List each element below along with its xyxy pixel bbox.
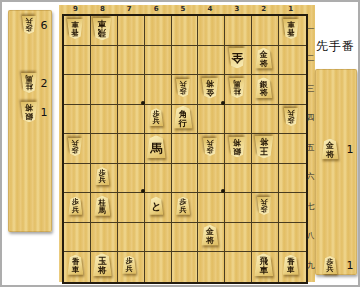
file-label-4: 4	[202, 5, 218, 13]
piece-pawn-5g[interactable]: 歩兵	[176, 197, 191, 215]
piece-promoted-bishop-6e[interactable]: 馬	[146, 135, 166, 158]
hand-count-gote-pawn: 6	[41, 19, 48, 32]
piece-pawn[interactable]: 歩兵	[22, 16, 37, 34]
piece-pawn-8f[interactable]: 歩兵	[95, 167, 110, 185]
square-6f[interactable]	[145, 164, 172, 194]
square-6i[interactable]	[145, 252, 172, 282]
piece-gold[interactable]: 金将	[321, 139, 339, 160]
square-2h[interactable]	[252, 223, 279, 253]
piece-lance-9a[interactable]: 香車	[67, 19, 84, 39]
square-9c[interactable]	[64, 75, 91, 105]
square-1h[interactable]	[279, 223, 306, 253]
square-6h[interactable]	[145, 223, 172, 253]
hand-count-gote-silver: 1	[41, 106, 48, 119]
piece-pawn-1d[interactable]: 歩兵	[283, 108, 298, 126]
rank-label-8: 八	[305, 230, 316, 241]
square-2d[interactable]	[252, 105, 279, 135]
square-3g[interactable]	[225, 193, 252, 223]
piece-rook-8a[interactable]: 飛車	[92, 17, 112, 40]
square-5h[interactable]	[172, 223, 199, 253]
rank-label-9: 九	[305, 259, 316, 270]
square-9h[interactable]	[64, 223, 91, 253]
rank-label-4: 四	[305, 112, 316, 123]
square-9f[interactable]	[64, 164, 91, 194]
piece-lance-9i[interactable]: 香車	[67, 255, 84, 275]
square-8d[interactable]	[91, 105, 118, 135]
piece-king-8i[interactable]: 玉将	[92, 253, 112, 276]
piece-lance-1a[interactable]: 香車	[282, 19, 299, 39]
file-label-7: 7	[121, 5, 137, 13]
piece-king-2e[interactable]: 王将	[254, 135, 274, 158]
square-7e[interactable]	[118, 134, 145, 164]
rank-label-7: 七	[305, 200, 316, 211]
square-8h[interactable]	[91, 223, 118, 253]
piece-promoted-silver-3b[interactable]: 全	[228, 48, 246, 69]
rank-label-3: 三	[305, 82, 316, 93]
piece-pawn[interactable]: 歩兵	[323, 256, 338, 274]
square-8c[interactable]	[91, 75, 118, 105]
rank-label-5: 五	[305, 141, 316, 152]
piece-pawn-9e[interactable]: 歩兵	[68, 138, 83, 156]
square-7h[interactable]	[118, 223, 145, 253]
square-4b[interactable]	[198, 46, 225, 76]
square-3i[interactable]	[225, 252, 252, 282]
file-label-9: 9	[67, 5, 83, 13]
piece-pawn-2g[interactable]: 歩兵	[256, 197, 271, 215]
square-1f[interactable]	[279, 164, 306, 194]
square-1b[interactable]	[279, 46, 306, 76]
piece-rook-2i[interactable]: 飛車	[254, 253, 274, 276]
square-6a[interactable]	[145, 16, 172, 46]
square-7g[interactable]	[118, 193, 145, 223]
square-7b[interactable]	[118, 46, 145, 76]
turn-indicator: 先手番	[316, 38, 355, 55]
square-9b[interactable]	[64, 46, 91, 76]
star-point	[221, 189, 225, 193]
hand-count-sente-gold: 1	[347, 143, 354, 156]
square-4g[interactable]	[198, 193, 225, 223]
square-5a[interactable]	[172, 16, 199, 46]
piece-pawn-5c[interactable]: 歩兵	[176, 79, 191, 97]
square-1e[interactable]	[279, 134, 306, 164]
square-3a[interactable]	[225, 16, 252, 46]
square-4i[interactable]	[198, 252, 225, 282]
square-1c[interactable]	[279, 75, 306, 105]
rank-label-1: 一	[305, 23, 316, 34]
star-point	[141, 189, 145, 193]
square-5f[interactable]	[172, 164, 199, 194]
piece-silver-3e[interactable]: 銀将	[228, 136, 246, 157]
square-8e[interactable]	[91, 134, 118, 164]
square-3h[interactable]	[225, 223, 252, 253]
square-4d[interactable]	[198, 105, 225, 135]
star-point	[141, 101, 145, 105]
piece-knight-3c[interactable]: 桂馬	[228, 78, 245, 98]
piece-gold-4c[interactable]: 金将	[201, 77, 219, 98]
square-1g[interactable]	[279, 193, 306, 223]
square-5i[interactable]	[172, 252, 199, 282]
file-label-8: 8	[94, 5, 110, 13]
piece-pawn-6d[interactable]: 歩兵	[149, 108, 164, 126]
hand-count-sente-pawn: 1	[347, 259, 354, 272]
square-5e[interactable]	[172, 134, 199, 164]
square-2a[interactable]	[252, 16, 279, 46]
file-label-1: 1	[283, 5, 299, 13]
rank-label-6: 六	[305, 171, 316, 182]
square-9d[interactable]	[64, 105, 91, 135]
piece-silver[interactable]: 銀将	[20, 102, 38, 123]
piece-tokin-6g[interactable]: と	[149, 197, 164, 215]
square-6c[interactable]	[145, 75, 172, 105]
piece-pawn-7i[interactable]: 歩兵	[122, 256, 137, 274]
square-2f[interactable]	[252, 164, 279, 194]
piece-silver-2c[interactable]: 銀将	[255, 77, 273, 98]
piece-knight-8g[interactable]: 桂馬	[94, 196, 111, 216]
piece-gold-4h[interactable]: 金将	[201, 225, 219, 246]
square-3f[interactable]	[225, 164, 252, 194]
square-3d[interactable]	[225, 105, 252, 135]
shogi-diagram: 先手番 987654321一二三四五六七八九香車飛車香車全金将歩兵金将桂馬銀将歩…	[0, 0, 360, 287]
hand-count-gote-knight: 2	[41, 77, 48, 90]
piece-knight[interactable]: 桂馬	[21, 73, 38, 93]
piece-lance-1i[interactable]: 香車	[282, 255, 299, 275]
piece-bishop-5d[interactable]: 角行	[173, 106, 193, 129]
rank-label-2: 二	[305, 53, 316, 64]
square-7d[interactable]	[118, 105, 145, 135]
piece-pawn-4e[interactable]: 歩兵	[202, 138, 217, 156]
square-8b[interactable]	[91, 46, 118, 76]
square-4a[interactable]	[198, 16, 225, 46]
file-label-5: 5	[175, 5, 191, 13]
square-5b[interactable]	[172, 46, 199, 76]
file-label-6: 6	[148, 5, 164, 13]
square-6b[interactable]	[145, 46, 172, 76]
file-label-3: 3	[229, 5, 245, 13]
piece-gold-2b[interactable]: 金将	[255, 48, 273, 69]
star-point	[221, 101, 225, 105]
square-7a[interactable]	[118, 16, 145, 46]
file-label-2: 2	[256, 5, 272, 13]
piece-pawn-9g[interactable]: 歩兵	[68, 197, 83, 215]
sente-hand-stand	[315, 69, 357, 275]
